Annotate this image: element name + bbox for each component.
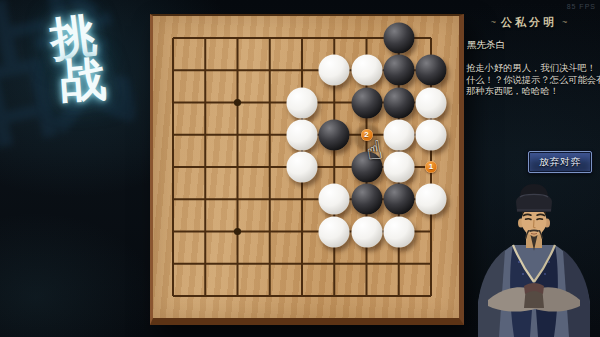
white-stone [319,184,350,215]
white-stone [383,119,414,150]
white-stone [383,152,414,183]
dialogue-panel: ~ 公私分明 ~ 黑先杀白 抢走小妤的男人，我们决斗吧！什么！？你说提示？怎么可… [458,15,600,98]
puzzle-subtitle: 黑先杀白 [467,39,600,52]
dialogue-line: 那种东西呢，哈哈哈！ [466,86,600,98]
scholar-portrait [468,182,600,337]
white-stone [351,55,382,86]
black-stone [383,87,414,118]
dialogue-line: 什么！？你说提示？怎么可能会有 [466,75,600,87]
white-stone [416,119,447,150]
screen: 战 挑 战 12☝ ~ 公私分明 ~ 黑先杀白 抢走小妤的男人，我们决斗吧！什么… [0,0,600,337]
white-stone [416,87,447,118]
white-stone [287,119,318,150]
dialogue-text: 抢走小妤的男人，我们决斗吧！什么！？你说提示？怎么可能会有那种东西呢，哈哈哈！ [466,63,600,98]
challenge-banner: 挑 战 [36,14,126,101]
hand-cursor-icon: ☝ [364,136,384,164]
scholar-head [518,207,550,252]
banner-char: 战 [59,56,128,103]
puzzle-title: 公私分明 [501,15,557,30]
black-stone [351,184,382,215]
move-marker-1[interactable]: 1 [425,161,437,173]
black-stone [319,119,350,150]
white-stone [319,216,350,247]
black-stone [383,23,414,54]
fps-counter: 85 FPS [567,3,596,10]
white-stone [383,216,414,247]
scholar-hat [516,184,552,212]
black-stone [383,184,414,215]
black-stone [383,55,414,86]
scholar-robe [478,245,590,337]
black-stone [416,55,447,86]
title-flourish-left: ~ [491,17,496,27]
white-stone [287,152,318,183]
dialogue-line: 抢走小妤的男人，我们决斗吧！ [466,63,600,75]
title-flourish-right: ~ [562,17,567,27]
white-stone [416,184,447,215]
npc-portrait [468,182,600,337]
black-stone [351,87,382,118]
white-stone [319,55,350,86]
go-board[interactable]: 12☝ [150,14,464,325]
give-up-button[interactable]: 放弃对弈 [528,151,592,173]
white-stone [351,216,382,247]
white-stone [287,87,318,118]
